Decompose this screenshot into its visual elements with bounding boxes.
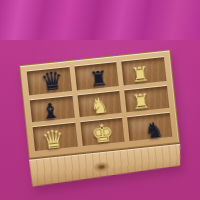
piece-black-bishop[interactable]: ♝ bbox=[40, 102, 61, 124]
piece-white-rook-2[interactable]: ♜ bbox=[131, 92, 152, 114]
piece-white-king[interactable]: ♚ bbox=[90, 121, 115, 147]
cell-r2c1[interactable]: ♝ bbox=[30, 96, 75, 123]
cell-r1c2[interactable]: ♜ bbox=[74, 62, 119, 90]
cell-r1c3[interactable]: ♜ bbox=[122, 57, 167, 85]
tray-top-face: ♛ ♜ ♜ ♝ ♞ ♜ ♛ bbox=[19, 49, 180, 158]
photo-scene: ♛ ♜ ♜ ♝ ♞ ♜ ♛ bbox=[0, 0, 200, 200]
piece-white-queen[interactable]: ♛ bbox=[41, 127, 66, 153]
piece-white-rook[interactable]: ♜ bbox=[130, 65, 151, 87]
piece-black-knight[interactable]: ♞ bbox=[144, 121, 165, 143]
cell-r1c1[interactable]: ♛ bbox=[27, 67, 72, 95]
cell-r3c3[interactable]: ♞ bbox=[127, 113, 172, 141]
wooden-tictactoe-tray: ♛ ♜ ♜ ♝ ♞ ♜ ♛ bbox=[19, 49, 183, 186]
piece-white-knight[interactable]: ♞ bbox=[89, 96, 110, 118]
piece-black-rook[interactable]: ♜ bbox=[89, 69, 110, 91]
cell-r3c2[interactable]: ♚ bbox=[80, 118, 125, 146]
piece-black-queen[interactable]: ♛ bbox=[40, 69, 65, 95]
satin-backdrop bbox=[0, 0, 200, 42]
cell-r2c2[interactable]: ♞ bbox=[77, 91, 122, 118]
board-grid: ♛ ♜ ♜ ♝ ♞ ♜ ♛ bbox=[27, 57, 173, 151]
cell-r2c3[interactable]: ♜ bbox=[125, 86, 170, 113]
cell-r3c1[interactable]: ♛ bbox=[33, 123, 78, 151]
